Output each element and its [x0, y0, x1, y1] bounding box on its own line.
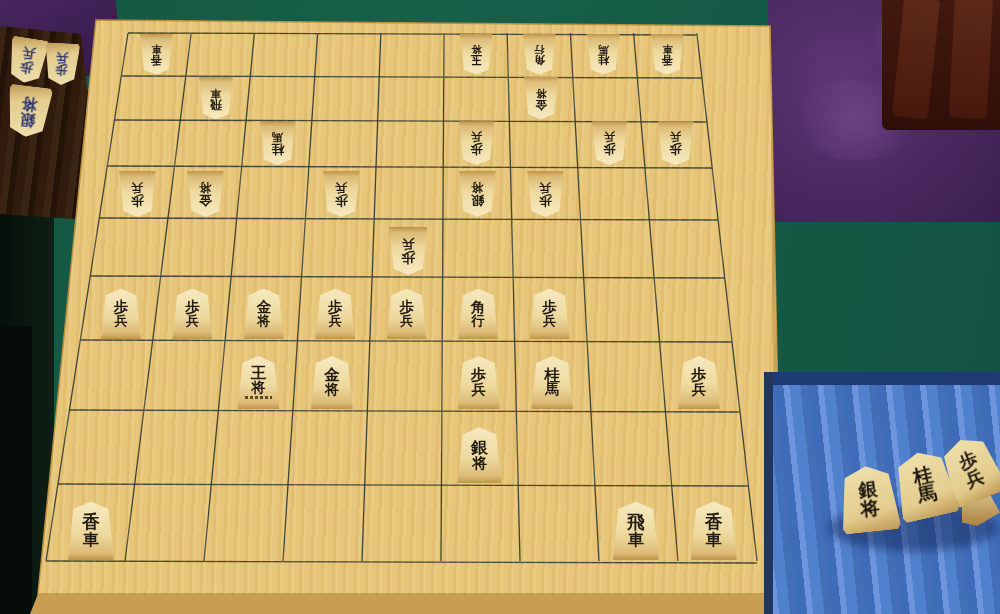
- piece-8d-white[interactable]: 金将: [186, 171, 225, 217]
- piece-1a-white[interactable]: 香車: [650, 34, 685, 75]
- piece-4g-black[interactable]: 歩兵: [457, 356, 501, 409]
- piece-6f-black[interactable]: 歩兵: [314, 289, 356, 339]
- piece-7g-black[interactable]: 王将: [236, 356, 280, 409]
- black-piece-stand-edge: [764, 372, 1000, 385]
- piece-3f-black[interactable]: 歩兵: [528, 289, 570, 339]
- piece-1c-white[interactable]: 歩兵: [657, 121, 694, 165]
- piece-9i-black[interactable]: 香車: [67, 502, 116, 561]
- piece-6d-white[interactable]: 歩兵: [322, 171, 361, 217]
- piece-2c-white[interactable]: 歩兵: [591, 121, 628, 165]
- piece-5f-black[interactable]: 歩兵: [386, 289, 428, 339]
- shogi-game-photo: { "game": "shogi", "scene": { "descripti…: [0, 0, 1000, 614]
- piece-1g-black[interactable]: 歩兵: [677, 356, 721, 409]
- piece-4d-white[interactable]: 銀将: [458, 171, 497, 217]
- piece-8b-white[interactable]: 飛車: [198, 77, 234, 120]
- piece-3g-black[interactable]: 桂馬: [530, 356, 574, 409]
- piece-6g-black[interactable]: 金将: [310, 356, 354, 409]
- piece-8f-black[interactable]: 歩兵: [171, 289, 213, 339]
- piece-9d-white[interactable]: 歩兵: [118, 171, 157, 217]
- piece-7f-black[interactable]: 金将: [243, 289, 285, 339]
- piece-3a-white[interactable]: 角行: [522, 34, 557, 75]
- piece-3b-white[interactable]: 金将: [523, 77, 559, 120]
- piece-5e-white[interactable]: 歩兵: [388, 227, 429, 275]
- piece-4f-black[interactable]: 角行: [457, 289, 499, 339]
- piece-9a-white[interactable]: 香車: [139, 34, 174, 75]
- piece-3d-white[interactable]: 歩兵: [526, 171, 565, 217]
- piece-1i-black[interactable]: 香車: [689, 502, 738, 561]
- piece-9f-black[interactable]: 歩兵: [100, 289, 142, 339]
- piece-2a-white[interactable]: 桂馬: [586, 34, 621, 75]
- black-piece-stand-side: [764, 372, 773, 614]
- piece-2i-black[interactable]: 飛車: [611, 502, 660, 561]
- maker-signature: [245, 396, 273, 399]
- piece-4h-black[interactable]: 銀将: [456, 427, 503, 483]
- piece-4c-white[interactable]: 歩兵: [458, 121, 495, 165]
